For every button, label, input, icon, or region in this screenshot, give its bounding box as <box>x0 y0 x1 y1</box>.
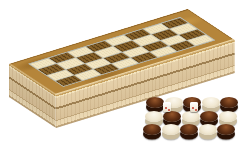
checker-piece-light <box>202 97 220 108</box>
die <box>163 102 171 112</box>
die <box>190 102 198 112</box>
die-pip <box>165 107 167 109</box>
checker-piece-light <box>145 111 163 122</box>
checker-piece-light <box>162 124 180 135</box>
die-pip <box>192 107 194 109</box>
checker-piece-light <box>199 124 217 135</box>
checker-piece-dark <box>163 111 181 122</box>
checker-piece-dark <box>220 97 238 108</box>
checker-piece-dark <box>146 97 164 108</box>
checker-piece-dark <box>143 124 161 135</box>
checker-piece-light <box>182 111 200 122</box>
die-pip <box>168 109 170 111</box>
die-pip <box>195 109 197 111</box>
checker-piece-dark <box>180 124 198 135</box>
checker-piece-light <box>219 111 237 122</box>
checkers-group <box>143 97 240 140</box>
checker-piece-dark <box>200 111 218 122</box>
product-photo-stage <box>0 0 240 150</box>
checker-piece-dark <box>217 124 235 135</box>
